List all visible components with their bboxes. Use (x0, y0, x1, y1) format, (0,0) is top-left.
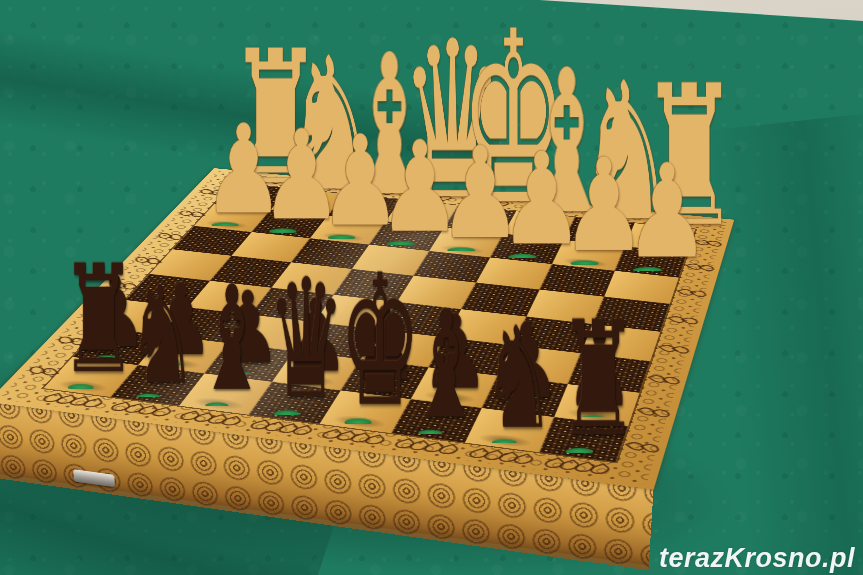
photo-scene: ♜♞♝♛♚♝♞♜♟♟♟♟♟♟♟♟♟♟♟♟♟♟♟♟♜♞♝♛♚♝♞♜ terazKr… (0, 0, 863, 575)
piece-contact-shadow (564, 407, 622, 424)
chess-piece-glyph: ♚ (460, 9, 566, 228)
perspective-wrapper: ♜♞♝♛♚♝♞♜♟♟♟♟♟♟♟♟♟♟♟♟♟♟♟♟♜♞♝♛♚♝♞♜ (95, 0, 699, 575)
watermark: terazKrosno.pl (659, 543, 855, 574)
square-r5c4 (361, 330, 446, 368)
square-r5c7 (568, 353, 650, 393)
square-r0c7: ♜ (625, 223, 695, 253)
metal-clasp (73, 469, 115, 487)
piece-light-P: ♟ (203, 113, 248, 226)
piece-contact-shadow (214, 364, 271, 379)
chess-board: ♜♞♝♛♚♝♞♜♟♟♟♟♟♟♟♟♟♟♟♟♟♟♟♟♜♞♝♛♚♝♞♜ (0, 168, 734, 490)
